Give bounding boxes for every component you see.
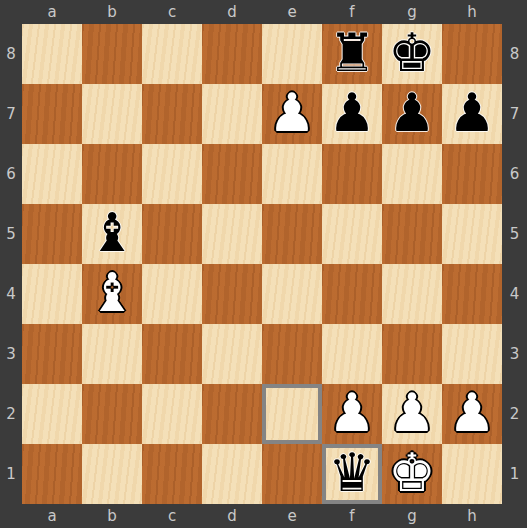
rank-label-3: 3 (502, 324, 527, 384)
square-c8[interactable] (142, 24, 202, 84)
chess-board: ♜♚♟♟♟♟♝♝♟♟♟♛♚ (22, 24, 502, 504)
rank-label-6: 6 (502, 144, 527, 204)
black-pawn-g7[interactable]: ♟ (388, 83, 436, 143)
chess-app-window: abcdefgh 87654321 ♜♚♟♟♟♟♝♝♟♟♟♛♚ 87654321… (0, 0, 527, 528)
file-labels-top: abcdefgh (22, 0, 502, 24)
square-d7[interactable] (202, 84, 262, 144)
file-label-a: a (22, 504, 82, 528)
square-b7[interactable] (82, 84, 142, 144)
square-c5[interactable] (142, 204, 202, 264)
square-h8[interactable] (442, 24, 502, 84)
file-labels-bottom: abcdefgh (22, 504, 502, 528)
square-a3[interactable] (22, 324, 82, 384)
square-c4[interactable] (142, 264, 202, 324)
square-b4[interactable]: ♝ (82, 264, 142, 324)
black-pawn-f7[interactable]: ♟ (328, 83, 376, 143)
rank-labels-left: 87654321 (0, 24, 22, 504)
square-e8[interactable] (262, 24, 322, 84)
file-label-g: g (382, 0, 442, 24)
file-label-c: c (142, 0, 202, 24)
black-pawn-h7[interactable]: ♟ (448, 83, 496, 143)
white-pawn-h2[interactable]: ♟ (448, 383, 496, 443)
rank-label-2: 2 (0, 384, 22, 444)
rank-label-7: 7 (502, 84, 527, 144)
black-queen-f1[interactable]: ♛ (328, 443, 376, 503)
square-f5[interactable] (322, 204, 382, 264)
rank-label-2: 2 (502, 384, 527, 444)
rank-label-4: 4 (0, 264, 22, 324)
square-c6[interactable] (142, 144, 202, 204)
rank-label-5: 5 (502, 204, 527, 264)
rank-label-8: 8 (0, 24, 22, 84)
file-label-c: c (142, 504, 202, 528)
square-h3[interactable] (442, 324, 502, 384)
rank-label-4: 4 (502, 264, 527, 324)
file-label-b: b (82, 0, 142, 24)
square-g6[interactable] (382, 144, 442, 204)
square-b2[interactable] (82, 384, 142, 444)
file-label-h: h (442, 0, 502, 24)
square-d2[interactable] (202, 384, 262, 444)
square-c7[interactable] (142, 84, 202, 144)
square-g7[interactable]: ♟ (382, 84, 442, 144)
square-d8[interactable] (202, 24, 262, 84)
white-pawn-e7[interactable]: ♟ (268, 83, 316, 143)
square-e4[interactable] (262, 264, 322, 324)
white-pawn-f2[interactable]: ♟ (328, 383, 376, 443)
rank-label-6: 6 (0, 144, 22, 204)
square-e3[interactable] (262, 324, 322, 384)
rank-label-1: 1 (502, 444, 527, 504)
square-g3[interactable] (382, 324, 442, 384)
square-g4[interactable] (382, 264, 442, 324)
file-label-d: d (202, 0, 262, 24)
square-h2[interactable]: ♟ (442, 384, 502, 444)
square-c2[interactable] (142, 384, 202, 444)
square-d5[interactable] (202, 204, 262, 264)
file-label-a: a (22, 0, 82, 24)
square-a2[interactable] (22, 384, 82, 444)
square-f8[interactable]: ♜ (322, 24, 382, 84)
square-g5[interactable] (382, 204, 442, 264)
square-f6[interactable] (322, 144, 382, 204)
file-label-e: e (262, 0, 322, 24)
square-a1[interactable] (22, 444, 82, 504)
square-a5[interactable] (22, 204, 82, 264)
file-label-f: f (322, 504, 382, 528)
rank-label-5: 5 (0, 204, 22, 264)
square-d3[interactable] (202, 324, 262, 384)
square-g8[interactable]: ♚ (382, 24, 442, 84)
file-label-e: e (262, 504, 322, 528)
square-f4[interactable] (322, 264, 382, 324)
square-f3[interactable] (322, 324, 382, 384)
white-pawn-g2[interactable]: ♟ (388, 383, 436, 443)
rank-label-8: 8 (502, 24, 527, 84)
black-king-g8[interactable]: ♚ (388, 23, 436, 83)
square-h1[interactable] (442, 444, 502, 504)
square-d4[interactable] (202, 264, 262, 324)
square-e6[interactable] (262, 144, 322, 204)
square-a4[interactable] (22, 264, 82, 324)
rank-label-3: 3 (0, 324, 22, 384)
square-h4[interactable] (442, 264, 502, 324)
square-d6[interactable] (202, 144, 262, 204)
square-h7[interactable]: ♟ (442, 84, 502, 144)
white-bishop-b4[interactable]: ♝ (88, 263, 136, 323)
square-a7[interactable] (22, 84, 82, 144)
square-b5[interactable]: ♝ (82, 204, 142, 264)
square-e2[interactable] (262, 384, 322, 444)
square-d1[interactable] (202, 444, 262, 504)
rank-label-1: 1 (0, 444, 22, 504)
square-a8[interactable] (22, 24, 82, 84)
square-a6[interactable] (22, 144, 82, 204)
square-b3[interactable] (82, 324, 142, 384)
square-g2[interactable]: ♟ (382, 384, 442, 444)
square-e1[interactable] (262, 444, 322, 504)
file-label-h: h (442, 504, 502, 528)
square-g1[interactable]: ♚ (382, 444, 442, 504)
white-king-g1[interactable]: ♚ (388, 443, 436, 503)
square-h5[interactable] (442, 204, 502, 264)
square-e7[interactable]: ♟ (262, 84, 322, 144)
square-f7[interactable]: ♟ (322, 84, 382, 144)
file-label-f: f (322, 0, 382, 24)
square-e5[interactable] (262, 204, 322, 264)
square-f1[interactable]: ♛ (322, 444, 382, 504)
file-label-g: g (382, 504, 442, 528)
rank-label-7: 7 (0, 84, 22, 144)
square-h6[interactable] (442, 144, 502, 204)
black-rook-f8[interactable]: ♜ (328, 23, 376, 83)
square-b1[interactable] (82, 444, 142, 504)
file-label-b: b (82, 504, 142, 528)
square-b8[interactable] (82, 24, 142, 84)
square-b6[interactable] (82, 144, 142, 204)
square-f2[interactable]: ♟ (322, 384, 382, 444)
square-c3[interactable] (142, 324, 202, 384)
black-bishop-b5[interactable]: ♝ (88, 203, 136, 263)
file-label-d: d (202, 504, 262, 528)
rank-labels-right: 87654321 (502, 24, 527, 504)
square-c1[interactable] (142, 444, 202, 504)
